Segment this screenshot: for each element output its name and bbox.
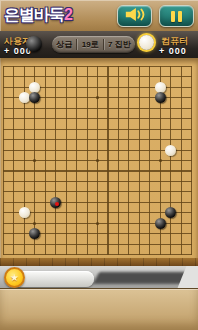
- white-stone: [19, 207, 30, 218]
- white-stone: [165, 145, 176, 156]
- black-stone: [29, 228, 40, 239]
- app-title: 은별바둑2: [4, 5, 72, 26]
- star-point: [96, 222, 99, 225]
- white-stone: [155, 82, 166, 93]
- coin-star-icon: ★: [10, 273, 19, 283]
- board-side-edge: [0, 258, 198, 266]
- black-stone: [29, 92, 40, 103]
- app-title-main: 은별바둑: [4, 6, 64, 23]
- speaker-icon: [124, 7, 146, 26]
- star-point: [33, 159, 36, 162]
- title-bar: 은별바둑2: [0, 0, 198, 32]
- white-stone: [19, 92, 30, 103]
- white-stone: [29, 82, 40, 93]
- status-bar: 사용자 + 000 상급 19로 7 집반 컴퓨터 + 000: [0, 31, 198, 59]
- black-stone: [50, 197, 61, 208]
- black-stone: [155, 218, 166, 229]
- black-stone: [165, 207, 176, 218]
- sound-button[interactable]: [117, 5, 152, 27]
- black-stone: [155, 92, 166, 103]
- pause-button[interactable]: [159, 5, 194, 27]
- divider: [76, 39, 77, 50]
- computer-white-stone-icon: [139, 35, 154, 50]
- go-board[interactable]: [0, 58, 198, 258]
- star-point: [159, 159, 162, 162]
- board-size-text: 19로: [82, 39, 99, 50]
- divider: [103, 39, 104, 50]
- star-point: [96, 96, 99, 99]
- footer-bar: 통과 무르기 형세 판단 돌놓기: [0, 288, 198, 330]
- board-grid[interactable]: [3, 66, 193, 256]
- floor-highlight: [178, 266, 198, 288]
- pause-icon: [171, 11, 182, 22]
- coin-icon[interactable]: ★: [4, 267, 25, 288]
- level-text: 상급: [56, 39, 72, 50]
- computer-score: + 000: [159, 46, 187, 56]
- komi-text: 7 집반: [108, 39, 131, 50]
- game-info-pill: 상급 19로 7 집반: [52, 36, 135, 53]
- last-move-marker: [55, 202, 59, 206]
- app-title-suffix: 2: [64, 6, 72, 23]
- user-black-stone-icon: [26, 36, 42, 52]
- star-point: [33, 222, 36, 225]
- star-point: [96, 159, 99, 162]
- go-app-window: 은별바둑2 사용자 + 000 상급 19로 7 집반 컴퓨터: [0, 0, 198, 330]
